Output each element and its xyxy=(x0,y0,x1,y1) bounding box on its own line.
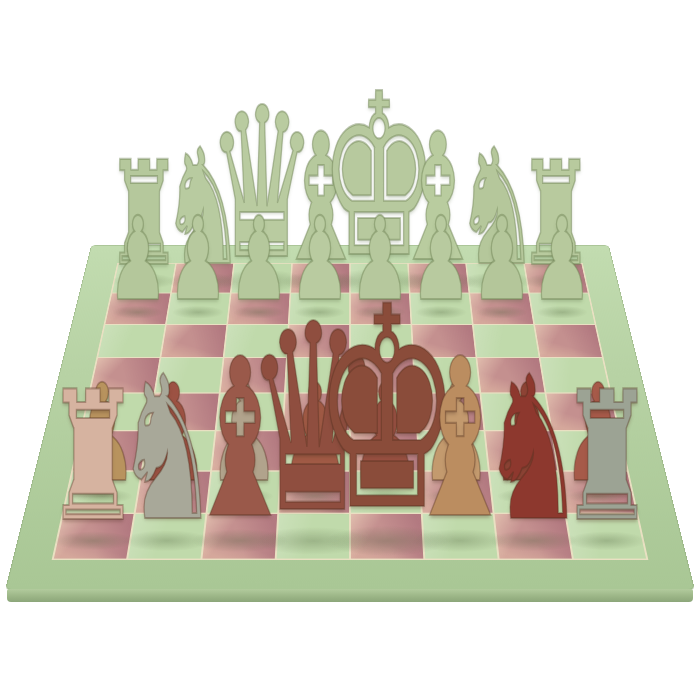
chess-set-photo: ♜♞♛♝♚♝♞♜♟♟♟♟♟♟♟♟♟♟♟♟♟♟♟♟♜♞♝♛♚♝♞♜ xyxy=(0,0,700,700)
board-front-edge xyxy=(7,589,693,602)
piece-green-pawn-g7[interactable]: ♟ xyxy=(471,202,532,317)
piece-green-pawn-h7[interactable]: ♟ xyxy=(532,202,593,317)
piece-pink-rook-h1[interactable]: ♜ xyxy=(559,368,654,547)
piece-green-pawn-a7[interactable]: ♟ xyxy=(107,202,168,317)
piece-green-pawn-b7[interactable]: ♟ xyxy=(168,202,229,317)
